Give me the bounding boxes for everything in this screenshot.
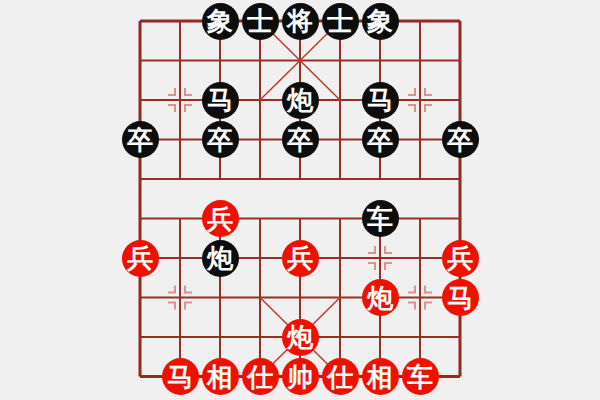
piece-black-chariot[interactable]: 车 <box>362 200 399 237</box>
piece-red-chariot[interactable]: 车 <box>402 358 439 395</box>
piece-black-soldier[interactable]: 卒 <box>442 121 479 158</box>
piece-red-elephant[interactable]: 相 <box>362 358 399 395</box>
piece-red-soldier[interactable]: 兵 <box>122 240 159 277</box>
piece-black-soldier[interactable]: 卒 <box>202 121 239 158</box>
piece-black-general[interactable]: 将 <box>282 3 319 40</box>
piece-black-soldier[interactable]: 卒 <box>282 121 319 158</box>
piece-black-elephant[interactable]: 象 <box>362 3 399 40</box>
piece-black-horse[interactable]: 马 <box>362 82 399 119</box>
piece-red-cannon[interactable]: 炮 <box>362 279 399 316</box>
piece-red-soldier[interactable]: 兵 <box>202 200 239 237</box>
piece-black-cannon[interactable]: 炮 <box>202 240 239 277</box>
piece-red-cannon[interactable]: 炮 <box>282 319 319 356</box>
piece-black-soldier[interactable]: 卒 <box>122 121 159 158</box>
piece-black-cannon[interactable]: 炮 <box>282 82 319 119</box>
pieces-layer: 象士将士象马炮马卒卒卒卒卒兵车兵炮兵兵炮马炮马相仕帅仕相车 <box>120 1 480 396</box>
piece-red-horse[interactable]: 马 <box>442 279 479 316</box>
piece-black-soldier[interactable]: 卒 <box>362 121 399 158</box>
xiangqi-board[interactable]: 象士将士象马炮马卒卒卒卒卒兵车兵炮兵兵炮马炮马相仕帅仕相车 <box>0 0 600 400</box>
piece-red-advisor[interactable]: 仕 <box>322 358 359 395</box>
piece-red-horse[interactable]: 马 <box>162 358 199 395</box>
piece-red-elephant[interactable]: 相 <box>202 358 239 395</box>
piece-red-general[interactable]: 帅 <box>282 358 319 395</box>
piece-red-soldier[interactable]: 兵 <box>442 240 479 277</box>
piece-black-horse[interactable]: 马 <box>202 82 239 119</box>
piece-red-advisor[interactable]: 仕 <box>242 358 279 395</box>
piece-black-elephant[interactable]: 象 <box>202 3 239 40</box>
piece-black-advisor[interactable]: 士 <box>322 3 359 40</box>
piece-black-advisor[interactable]: 士 <box>242 3 279 40</box>
piece-red-soldier[interactable]: 兵 <box>282 240 319 277</box>
